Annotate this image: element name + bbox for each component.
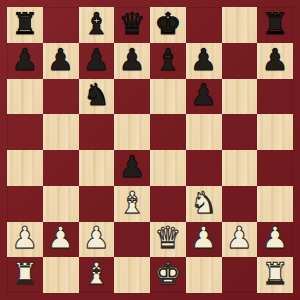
white-bishop[interactable]: ♝ [83, 259, 110, 289]
white-bishop[interactable]: ♝ [119, 188, 146, 218]
square-h1[interactable]: ♜ [257, 257, 293, 293]
square-c3[interactable] [79, 186, 115, 222]
black-knight[interactable]: ♞ [83, 80, 110, 110]
square-f4[interactable] [186, 150, 222, 186]
square-e4[interactable] [150, 150, 186, 186]
square-a1[interactable]: ♜ [7, 257, 43, 293]
square-f2[interactable]: ♟ [186, 222, 222, 258]
black-pawn[interactable]: ♟ [83, 45, 110, 75]
square-g3[interactable] [222, 186, 258, 222]
square-f3[interactable]: ♞ [186, 186, 222, 222]
square-e2[interactable]: ♛ [150, 222, 186, 258]
square-a3[interactable] [7, 186, 43, 222]
square-g4[interactable] [222, 150, 258, 186]
square-h4[interactable] [257, 150, 293, 186]
square-g6[interactable] [222, 79, 258, 115]
square-h5[interactable] [257, 114, 293, 150]
white-queen[interactable]: ♛ [154, 223, 181, 253]
white-pawn[interactable]: ♟ [262, 223, 289, 253]
black-pawn[interactable]: ♟ [119, 152, 146, 182]
square-b5[interactable] [43, 114, 79, 150]
square-g1[interactable] [222, 257, 258, 293]
square-g2[interactable]: ♟ [222, 222, 258, 258]
square-c1[interactable]: ♝ [79, 257, 115, 293]
white-rook[interactable]: ♜ [11, 259, 38, 289]
black-rook[interactable]: ♜ [11, 9, 38, 39]
square-e5[interactable] [150, 114, 186, 150]
square-b1[interactable] [43, 257, 79, 293]
square-c6[interactable]: ♞ [79, 79, 115, 115]
square-b4[interactable] [43, 150, 79, 186]
square-h7[interactable]: ♟ [257, 43, 293, 79]
square-b3[interactable] [43, 186, 79, 222]
square-d1[interactable] [114, 257, 150, 293]
board-frame: ♜♝♛♚♜♟♟♟♟♝♟♟♞♟♟♝♞♟♟♟♛♟♟♟♜♝♚♜ [0, 0, 300, 300]
square-a8[interactable]: ♜ [7, 7, 43, 43]
black-pawn[interactable]: ♟ [190, 80, 217, 110]
screenshot-root: ♜♝♛♚♜♟♟♟♟♝♟♟♞♟♟♝♞♟♟♟♛♟♟♟♜♝♚♜ [0, 0, 300, 300]
black-pawn[interactable]: ♟ [262, 45, 289, 75]
square-a2[interactable]: ♟ [7, 222, 43, 258]
square-d3[interactable]: ♝ [114, 186, 150, 222]
square-c2[interactable]: ♟ [79, 222, 115, 258]
square-h2[interactable]: ♟ [257, 222, 293, 258]
white-king[interactable]: ♚ [154, 259, 181, 289]
square-a7[interactable]: ♟ [7, 43, 43, 79]
black-queen[interactable]: ♛ [119, 9, 146, 39]
black-pawn[interactable]: ♟ [190, 45, 217, 75]
square-b7[interactable]: ♟ [43, 43, 79, 79]
chess-board: ♜♝♛♚♜♟♟♟♟♝♟♟♞♟♟♝♞♟♟♟♛♟♟♟♜♝♚♜ [7, 7, 293, 293]
square-f1[interactable] [186, 257, 222, 293]
square-f6[interactable]: ♟ [186, 79, 222, 115]
square-f8[interactable] [186, 7, 222, 43]
white-pawn[interactable]: ♟ [47, 223, 74, 253]
black-bishop[interactable]: ♝ [83, 9, 110, 39]
square-b6[interactable] [43, 79, 79, 115]
square-e1[interactable]: ♚ [150, 257, 186, 293]
square-h3[interactable] [257, 186, 293, 222]
square-d8[interactable]: ♛ [114, 7, 150, 43]
square-b2[interactable]: ♟ [43, 222, 79, 258]
square-f7[interactable]: ♟ [186, 43, 222, 79]
square-c5[interactable] [79, 114, 115, 150]
square-d6[interactable] [114, 79, 150, 115]
square-d5[interactable] [114, 114, 150, 150]
white-knight[interactable]: ♞ [190, 188, 217, 218]
square-h6[interactable] [257, 79, 293, 115]
black-king[interactable]: ♚ [154, 9, 181, 39]
black-bishop[interactable]: ♝ [154, 45, 181, 75]
square-e8[interactable]: ♚ [150, 7, 186, 43]
black-rook[interactable]: ♜ [262, 9, 289, 39]
square-c8[interactable]: ♝ [79, 7, 115, 43]
square-g7[interactable] [222, 43, 258, 79]
black-pawn[interactable]: ♟ [47, 45, 74, 75]
white-pawn[interactable]: ♟ [83, 223, 110, 253]
square-g5[interactable] [222, 114, 258, 150]
black-pawn[interactable]: ♟ [119, 45, 146, 75]
square-c7[interactable]: ♟ [79, 43, 115, 79]
square-d4[interactable]: ♟ [114, 150, 150, 186]
square-d2[interactable] [114, 222, 150, 258]
square-b8[interactable] [43, 7, 79, 43]
square-c4[interactable] [79, 150, 115, 186]
square-e7[interactable]: ♝ [150, 43, 186, 79]
square-e6[interactable] [150, 79, 186, 115]
square-h8[interactable]: ♜ [257, 7, 293, 43]
square-e3[interactable] [150, 186, 186, 222]
white-pawn[interactable]: ♟ [11, 223, 38, 253]
square-g8[interactable] [222, 7, 258, 43]
white-pawn[interactable]: ♟ [226, 223, 253, 253]
square-a4[interactable] [7, 150, 43, 186]
white-rook[interactable]: ♜ [262, 259, 289, 289]
white-pawn[interactable]: ♟ [190, 223, 217, 253]
square-a5[interactable] [7, 114, 43, 150]
square-d7[interactable]: ♟ [114, 43, 150, 79]
black-pawn[interactable]: ♟ [11, 45, 38, 75]
square-f5[interactable] [186, 114, 222, 150]
square-a6[interactable] [7, 79, 43, 115]
